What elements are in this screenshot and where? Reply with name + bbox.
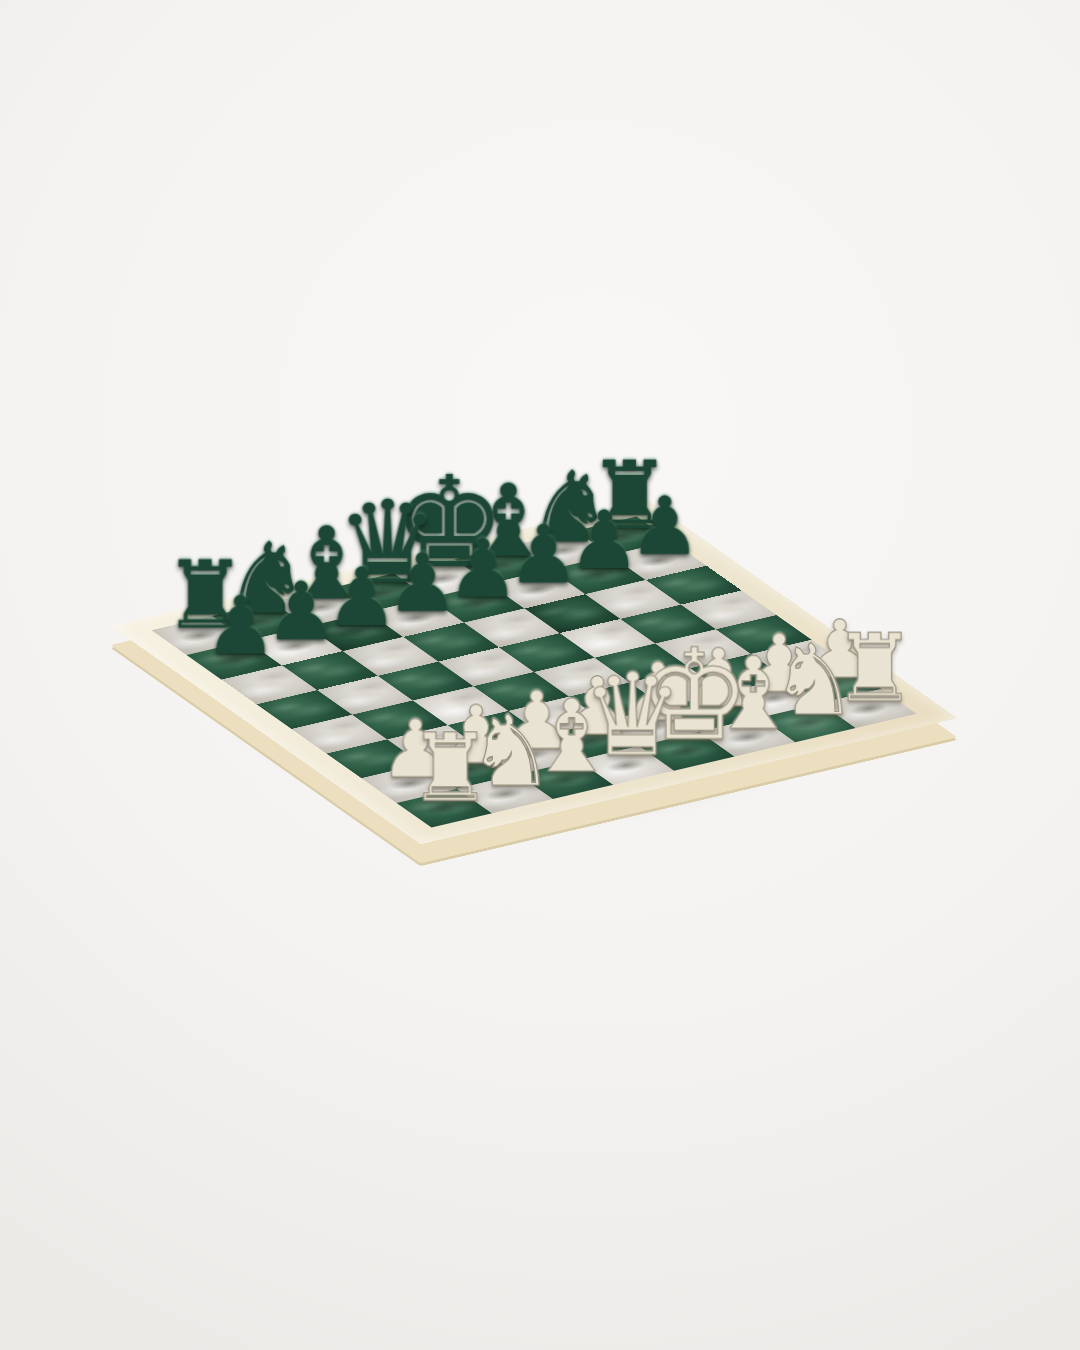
square-h1: ♜: [821, 689, 917, 728]
product-photo: { "game": "chess", "scene": { "type": "p…: [0, 0, 1080, 1350]
square-h7: ♟: [611, 541, 707, 580]
square-h8: ♜: [576, 516, 672, 555]
square-e4: [534, 658, 630, 697]
